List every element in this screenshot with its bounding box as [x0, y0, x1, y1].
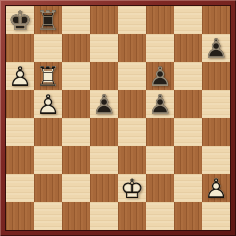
chess-board: ♚♔♜♖♟♙♟♙♜♖♟♙♟♙♟♙♟♙♚♔♟♙ [6, 6, 230, 230]
square-f6[interactable]: ♟♙ [146, 62, 174, 90]
square-g5[interactable] [174, 90, 202, 118]
square-a4[interactable] [6, 118, 34, 146]
square-d2[interactable] [90, 174, 118, 202]
king-outline-icon: ♔ [118, 174, 146, 202]
square-b5[interactable]: ♟♙ [34, 90, 62, 118]
pawn-outline-icon: ♙ [146, 62, 174, 90]
square-g8[interactable] [174, 6, 202, 34]
king-outline-icon: ♔ [6, 6, 34, 34]
square-h5[interactable] [202, 90, 230, 118]
square-g6[interactable] [174, 62, 202, 90]
board-frame: ♚♔♜♖♟♙♟♙♜♖♟♙♟♙♟♙♟♙♚♔♟♙ [0, 0, 236, 236]
pawn-outline-icon: ♙ [202, 34, 230, 62]
square-c6[interactable] [62, 62, 90, 90]
square-c8[interactable] [62, 6, 90, 34]
square-d3[interactable] [90, 146, 118, 174]
square-c3[interactable] [62, 146, 90, 174]
square-f7[interactable] [146, 34, 174, 62]
square-d4[interactable] [90, 118, 118, 146]
square-d1[interactable] [90, 202, 118, 230]
pawn-outline-icon: ♙ [146, 90, 174, 118]
square-h1[interactable] [202, 202, 230, 230]
square-h8[interactable] [202, 6, 230, 34]
square-d8[interactable] [90, 6, 118, 34]
square-c4[interactable] [62, 118, 90, 146]
square-c2[interactable] [62, 174, 90, 202]
white-pawn-h2[interactable]: ♟♙ [202, 174, 230, 202]
square-b6[interactable]: ♜♖ [34, 62, 62, 90]
black-rook-b8[interactable]: ♜♖ [34, 6, 62, 34]
square-a5[interactable] [6, 90, 34, 118]
square-b1[interactable] [34, 202, 62, 230]
square-e3[interactable] [118, 146, 146, 174]
square-a7[interactable] [6, 34, 34, 62]
square-f2[interactable] [146, 174, 174, 202]
square-e5[interactable] [118, 90, 146, 118]
square-d6[interactable] [90, 62, 118, 90]
black-pawn-f6[interactable]: ♟♙ [146, 62, 174, 90]
square-d5[interactable]: ♟♙ [90, 90, 118, 118]
square-h6[interactable] [202, 62, 230, 90]
square-g2[interactable] [174, 174, 202, 202]
square-b8[interactable]: ♜♖ [34, 6, 62, 34]
square-c7[interactable] [62, 34, 90, 62]
rook-outline-icon: ♖ [34, 6, 62, 34]
square-e1[interactable] [118, 202, 146, 230]
square-b3[interactable] [34, 146, 62, 174]
black-pawn-h7[interactable]: ♟♙ [202, 34, 230, 62]
white-king-e2[interactable]: ♚♔ [118, 174, 146, 202]
rook-outline-icon: ♖ [34, 62, 62, 90]
square-h7[interactable]: ♟♙ [202, 34, 230, 62]
square-a3[interactable] [6, 146, 34, 174]
square-e8[interactable] [118, 6, 146, 34]
square-b7[interactable] [34, 34, 62, 62]
square-g4[interactable] [174, 118, 202, 146]
square-c1[interactable] [62, 202, 90, 230]
pawn-outline-icon: ♙ [6, 62, 34, 90]
square-g7[interactable] [174, 34, 202, 62]
square-c5[interactable] [62, 90, 90, 118]
black-king-a8[interactable]: ♚♔ [6, 6, 34, 34]
square-e2[interactable]: ♚♔ [118, 174, 146, 202]
square-a6[interactable]: ♟♙ [6, 62, 34, 90]
square-h3[interactable] [202, 146, 230, 174]
square-f4[interactable] [146, 118, 174, 146]
square-a1[interactable] [6, 202, 34, 230]
pawn-outline-icon: ♙ [34, 90, 62, 118]
white-pawn-b5[interactable]: ♟♙ [34, 90, 62, 118]
square-e4[interactable] [118, 118, 146, 146]
black-pawn-d5[interactable]: ♟♙ [90, 90, 118, 118]
square-b4[interactable] [34, 118, 62, 146]
square-b2[interactable] [34, 174, 62, 202]
square-a8[interactable]: ♚♔ [6, 6, 34, 34]
square-f1[interactable] [146, 202, 174, 230]
white-pawn-a6[interactable]: ♟♙ [6, 62, 34, 90]
square-f5[interactable]: ♟♙ [146, 90, 174, 118]
square-f8[interactable] [146, 6, 174, 34]
pawn-outline-icon: ♙ [202, 174, 230, 202]
pawn-outline-icon: ♙ [90, 90, 118, 118]
white-rook-b6[interactable]: ♜♖ [34, 62, 62, 90]
square-f3[interactable] [146, 146, 174, 174]
square-a2[interactable] [6, 174, 34, 202]
square-h4[interactable] [202, 118, 230, 146]
square-e6[interactable] [118, 62, 146, 90]
square-h2[interactable]: ♟♙ [202, 174, 230, 202]
square-d7[interactable] [90, 34, 118, 62]
black-pawn-f5[interactable]: ♟♙ [146, 90, 174, 118]
square-g1[interactable] [174, 202, 202, 230]
square-g3[interactable] [174, 146, 202, 174]
square-e7[interactable] [118, 34, 146, 62]
